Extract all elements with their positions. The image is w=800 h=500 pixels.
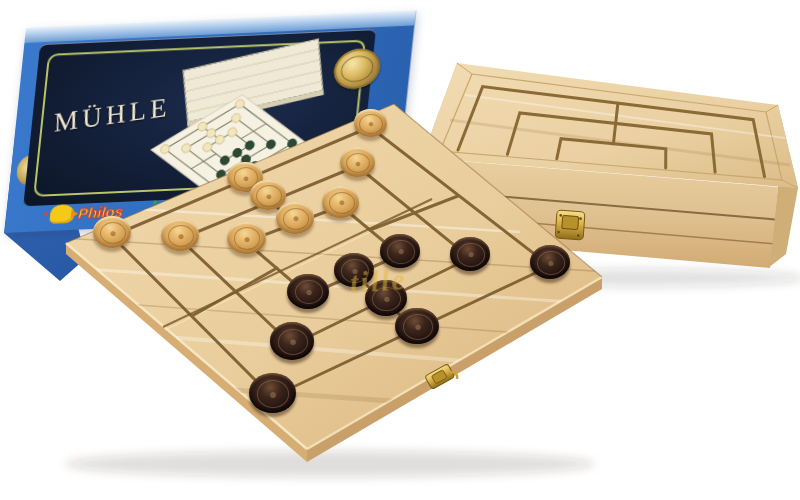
- piece-light-c3[interactable]: ●: [227, 222, 266, 255]
- brass-clasp-closed-box-icon: [555, 210, 585, 240]
- piece-dark-g7[interactable]: ●: [530, 245, 570, 279]
- piece-ring: ●: [278, 329, 308, 355]
- piece-ring: ●: [168, 225, 195, 248]
- piece-light-c5[interactable]: ●: [322, 186, 359, 217]
- piece-dark-e3[interactable]: ●: [287, 274, 329, 309]
- piece-light-b6[interactable]: ●: [340, 147, 375, 176]
- piece-ring: ●: [457, 243, 484, 266]
- piece-ring: ●: [387, 240, 414, 263]
- piece-ring: ●: [403, 314, 433, 339]
- piece-dark-f2[interactable]: ●: [270, 322, 314, 359]
- piece-ring: ●: [329, 192, 355, 214]
- piece-ring: ●: [257, 380, 289, 407]
- piece-ring: ●: [100, 222, 127, 245]
- piece-light-c4[interactable]: ●: [276, 202, 314, 234]
- piece-ring: ●: [295, 280, 324, 304]
- piece-dark-g1[interactable]: ●: [249, 373, 296, 413]
- piece-ring: ●: [283, 208, 309, 230]
- piece-light-a7[interactable]: ●: [354, 109, 387, 137]
- piece-dark-g4[interactable]: ●: [395, 308, 439, 345]
- board-shadow: [65, 451, 595, 477]
- piece-ring: ●: [537, 251, 565, 275]
- piece-ring: ●: [346, 153, 370, 174]
- piece-ring: ●: [234, 227, 261, 250]
- piece-ring: ●: [359, 114, 382, 134]
- photo-watermark: tille: [349, 262, 408, 300]
- piece-ring: ●: [256, 185, 281, 207]
- photo-stage: MÜHLE Philos: [0, 0, 800, 500]
- piece-dark-f6[interactable]: ●: [450, 237, 490, 270]
